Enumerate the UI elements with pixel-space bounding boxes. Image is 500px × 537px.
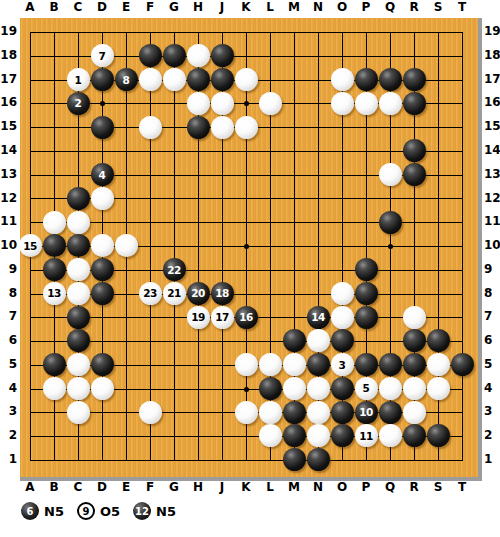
- intersection[interactable]: [426, 258, 450, 282]
- intersection[interactable]: [354, 91, 378, 115]
- intersection[interactable]: [18, 210, 42, 234]
- intersection[interactable]: [18, 305, 42, 329]
- intersection[interactable]: [42, 400, 66, 424]
- intersection[interactable]: [354, 258, 378, 282]
- intersection[interactable]: [186, 424, 210, 448]
- intersection[interactable]: [378, 44, 402, 68]
- intersection[interactable]: [18, 258, 42, 282]
- intersection[interactable]: [114, 400, 138, 424]
- intersection[interactable]: [306, 91, 330, 115]
- intersection[interactable]: [378, 186, 402, 210]
- intersection[interactable]: 11: [354, 424, 378, 448]
- intersection[interactable]: [42, 163, 66, 187]
- intersection[interactable]: [18, 163, 42, 187]
- intersection[interactable]: [402, 282, 426, 306]
- intersection[interactable]: [258, 186, 282, 210]
- intersection[interactable]: [234, 210, 258, 234]
- intersection[interactable]: [42, 68, 66, 92]
- intersection[interactable]: [42, 377, 66, 401]
- intersection[interactable]: [402, 377, 426, 401]
- intersection[interactable]: [18, 377, 42, 401]
- intersection[interactable]: [450, 448, 474, 472]
- intersection[interactable]: [186, 400, 210, 424]
- intersection[interactable]: [162, 305, 186, 329]
- intersection[interactable]: 7: [90, 44, 114, 68]
- intersection[interactable]: [330, 329, 354, 353]
- intersection[interactable]: [138, 186, 162, 210]
- intersection[interactable]: [258, 91, 282, 115]
- intersection[interactable]: [354, 210, 378, 234]
- intersection[interactable]: [42, 20, 66, 44]
- intersection[interactable]: [162, 329, 186, 353]
- intersection[interactable]: [378, 68, 402, 92]
- intersection[interactable]: [234, 115, 258, 139]
- intersection[interactable]: [426, 20, 450, 44]
- intersection[interactable]: [258, 424, 282, 448]
- intersection[interactable]: [282, 210, 306, 234]
- intersection[interactable]: 14: [306, 305, 330, 329]
- intersection[interactable]: [402, 68, 426, 92]
- intersection[interactable]: [234, 163, 258, 187]
- intersection[interactable]: [402, 139, 426, 163]
- intersection[interactable]: [450, 424, 474, 448]
- intersection[interactable]: [90, 210, 114, 234]
- intersection[interactable]: [138, 234, 162, 258]
- intersection[interactable]: 3: [330, 353, 354, 377]
- intersection[interactable]: [186, 186, 210, 210]
- intersection[interactable]: [354, 234, 378, 258]
- intersection[interactable]: [426, 44, 450, 68]
- intersection[interactable]: 5: [354, 377, 378, 401]
- intersection[interactable]: [234, 139, 258, 163]
- intersection[interactable]: [450, 353, 474, 377]
- intersection[interactable]: [210, 91, 234, 115]
- intersection[interactable]: [378, 377, 402, 401]
- intersection[interactable]: [210, 139, 234, 163]
- intersection[interactable]: [42, 258, 66, 282]
- intersection[interactable]: [90, 139, 114, 163]
- intersection[interactable]: [234, 329, 258, 353]
- intersection[interactable]: [258, 329, 282, 353]
- intersection[interactable]: [330, 91, 354, 115]
- intersection[interactable]: [138, 20, 162, 44]
- intersection[interactable]: [42, 44, 66, 68]
- intersection[interactable]: [258, 353, 282, 377]
- intersection[interactable]: [162, 44, 186, 68]
- intersection[interactable]: [162, 234, 186, 258]
- intersection[interactable]: [258, 282, 282, 306]
- intersection[interactable]: [90, 20, 114, 44]
- intersection[interactable]: [90, 115, 114, 139]
- intersection[interactable]: [354, 282, 378, 306]
- intersection[interactable]: [354, 44, 378, 68]
- intersection[interactable]: [306, 186, 330, 210]
- intersection[interactable]: [42, 424, 66, 448]
- intersection[interactable]: [114, 20, 138, 44]
- intersection[interactable]: [162, 210, 186, 234]
- intersection[interactable]: [210, 377, 234, 401]
- intersection[interactable]: [90, 353, 114, 377]
- intersection[interactable]: 23: [138, 282, 162, 306]
- intersection[interactable]: [66, 282, 90, 306]
- intersection[interactable]: [114, 186, 138, 210]
- intersection[interactable]: [450, 400, 474, 424]
- intersection[interactable]: [186, 163, 210, 187]
- intersection[interactable]: [402, 210, 426, 234]
- intersection[interactable]: [258, 305, 282, 329]
- intersection[interactable]: 16: [234, 305, 258, 329]
- intersection[interactable]: [402, 20, 426, 44]
- intersection[interactable]: [378, 115, 402, 139]
- intersection[interactable]: [354, 163, 378, 187]
- intersection[interactable]: [354, 20, 378, 44]
- intersection[interactable]: [234, 186, 258, 210]
- intersection[interactable]: [162, 353, 186, 377]
- intersection[interactable]: 13: [42, 282, 66, 306]
- intersection[interactable]: [354, 115, 378, 139]
- intersection[interactable]: [378, 400, 402, 424]
- intersection[interactable]: [378, 282, 402, 306]
- intersection[interactable]: [210, 115, 234, 139]
- intersection[interactable]: [114, 258, 138, 282]
- intersection[interactable]: [282, 282, 306, 306]
- intersection[interactable]: [210, 210, 234, 234]
- intersection[interactable]: [282, 186, 306, 210]
- intersection[interactable]: [18, 329, 42, 353]
- intersection[interactable]: [378, 234, 402, 258]
- intersection[interactable]: [42, 115, 66, 139]
- intersection[interactable]: [18, 353, 42, 377]
- intersection[interactable]: [258, 234, 282, 258]
- intersection[interactable]: [114, 329, 138, 353]
- intersection[interactable]: [402, 400, 426, 424]
- intersection[interactable]: [210, 234, 234, 258]
- intersection[interactable]: [186, 258, 210, 282]
- intersection[interactable]: [258, 115, 282, 139]
- intersection[interactable]: [258, 163, 282, 187]
- intersection[interactable]: [258, 20, 282, 44]
- intersection[interactable]: [186, 329, 210, 353]
- intersection[interactable]: 21: [162, 282, 186, 306]
- intersection[interactable]: [162, 91, 186, 115]
- intersection[interactable]: [330, 258, 354, 282]
- intersection[interactable]: [114, 377, 138, 401]
- intersection[interactable]: [354, 448, 378, 472]
- intersection[interactable]: [186, 448, 210, 472]
- intersection[interactable]: [330, 44, 354, 68]
- intersection[interactable]: [354, 68, 378, 92]
- intersection[interactable]: [162, 163, 186, 187]
- intersection[interactable]: [402, 163, 426, 187]
- intersection[interactable]: [138, 44, 162, 68]
- intersection[interactable]: [210, 448, 234, 472]
- intersection[interactable]: [378, 353, 402, 377]
- intersection[interactable]: [306, 234, 330, 258]
- intersection[interactable]: [306, 44, 330, 68]
- intersection[interactable]: [402, 329, 426, 353]
- intersection[interactable]: [18, 91, 42, 115]
- intersection[interactable]: [114, 282, 138, 306]
- intersection[interactable]: [234, 400, 258, 424]
- intersection[interactable]: [282, 400, 306, 424]
- intersection[interactable]: [138, 163, 162, 187]
- intersection[interactable]: [114, 139, 138, 163]
- intersection[interactable]: [210, 258, 234, 282]
- intersection[interactable]: [426, 282, 450, 306]
- intersection[interactable]: [66, 400, 90, 424]
- intersection[interactable]: 19: [186, 305, 210, 329]
- intersection[interactable]: [18, 282, 42, 306]
- intersection[interactable]: [138, 115, 162, 139]
- intersection[interactable]: [162, 68, 186, 92]
- intersection[interactable]: [450, 282, 474, 306]
- intersection[interactable]: [234, 448, 258, 472]
- intersection[interactable]: [90, 68, 114, 92]
- intersection[interactable]: [306, 163, 330, 187]
- intersection[interactable]: [18, 424, 42, 448]
- intersection[interactable]: [66, 210, 90, 234]
- intersection[interactable]: [162, 115, 186, 139]
- intersection[interactable]: [330, 377, 354, 401]
- intersection[interactable]: [66, 305, 90, 329]
- intersection[interactable]: 18: [210, 282, 234, 306]
- intersection[interactable]: [138, 329, 162, 353]
- intersection[interactable]: [306, 377, 330, 401]
- intersection[interactable]: [42, 186, 66, 210]
- intersection[interactable]: [210, 44, 234, 68]
- intersection[interactable]: [402, 115, 426, 139]
- intersection[interactable]: [258, 377, 282, 401]
- intersection[interactable]: [90, 282, 114, 306]
- intersection[interactable]: [258, 448, 282, 472]
- intersection[interactable]: [426, 377, 450, 401]
- intersection[interactable]: [450, 44, 474, 68]
- intersection[interactable]: [306, 20, 330, 44]
- intersection[interactable]: [306, 353, 330, 377]
- intersection[interactable]: [162, 448, 186, 472]
- intersection[interactable]: [282, 68, 306, 92]
- intersection[interactable]: [282, 115, 306, 139]
- intersection[interactable]: [330, 234, 354, 258]
- intersection[interactable]: [186, 210, 210, 234]
- intersection[interactable]: [234, 68, 258, 92]
- intersection[interactable]: [306, 258, 330, 282]
- intersection[interactable]: [210, 329, 234, 353]
- intersection[interactable]: [162, 424, 186, 448]
- intersection[interactable]: [282, 353, 306, 377]
- intersection[interactable]: [138, 258, 162, 282]
- intersection[interactable]: [234, 20, 258, 44]
- intersection[interactable]: [282, 258, 306, 282]
- intersection[interactable]: [426, 115, 450, 139]
- intersection[interactable]: [450, 305, 474, 329]
- intersection[interactable]: [234, 282, 258, 306]
- intersection[interactable]: [66, 115, 90, 139]
- intersection[interactable]: [378, 448, 402, 472]
- intersection[interactable]: [306, 115, 330, 139]
- intersection[interactable]: [90, 377, 114, 401]
- intersection[interactable]: [42, 234, 66, 258]
- intersection[interactable]: [186, 115, 210, 139]
- intersection[interactable]: [282, 91, 306, 115]
- intersection[interactable]: [306, 210, 330, 234]
- intersection[interactable]: [90, 234, 114, 258]
- intersection[interactable]: [450, 20, 474, 44]
- intersection[interactable]: [402, 353, 426, 377]
- intersection[interactable]: [90, 400, 114, 424]
- intersection[interactable]: [234, 424, 258, 448]
- intersection[interactable]: [330, 186, 354, 210]
- intersection[interactable]: [114, 353, 138, 377]
- intersection[interactable]: [186, 91, 210, 115]
- intersection[interactable]: [114, 424, 138, 448]
- intersection[interactable]: [138, 210, 162, 234]
- intersection[interactable]: [258, 258, 282, 282]
- intersection[interactable]: [90, 91, 114, 115]
- intersection[interactable]: [450, 329, 474, 353]
- intersection[interactable]: [90, 186, 114, 210]
- intersection[interactable]: [162, 139, 186, 163]
- intersection[interactable]: 8: [114, 68, 138, 92]
- intersection[interactable]: [330, 210, 354, 234]
- intersection[interactable]: [162, 400, 186, 424]
- intersection[interactable]: [378, 139, 402, 163]
- intersection[interactable]: [330, 400, 354, 424]
- intersection[interactable]: [90, 448, 114, 472]
- intersection[interactable]: [282, 305, 306, 329]
- intersection[interactable]: [66, 258, 90, 282]
- intersection[interactable]: [186, 20, 210, 44]
- intersection[interactable]: [90, 329, 114, 353]
- intersection[interactable]: [402, 424, 426, 448]
- intersection[interactable]: [18, 20, 42, 44]
- intersection[interactable]: [114, 163, 138, 187]
- intersection[interactable]: [66, 377, 90, 401]
- intersection[interactable]: [426, 91, 450, 115]
- intersection[interactable]: [282, 139, 306, 163]
- intersection[interactable]: [378, 210, 402, 234]
- intersection[interactable]: [114, 305, 138, 329]
- intersection[interactable]: [186, 234, 210, 258]
- intersection[interactable]: [258, 400, 282, 424]
- intersection[interactable]: [186, 139, 210, 163]
- intersection[interactable]: [354, 139, 378, 163]
- intersection[interactable]: [282, 377, 306, 401]
- intersection[interactable]: [330, 163, 354, 187]
- intersection[interactable]: [186, 353, 210, 377]
- intersection[interactable]: [450, 139, 474, 163]
- intersection[interactable]: [426, 448, 450, 472]
- intersection[interactable]: [162, 20, 186, 44]
- intersection[interactable]: [42, 210, 66, 234]
- intersection[interactable]: [114, 234, 138, 258]
- intersection[interactable]: [42, 91, 66, 115]
- intersection[interactable]: [210, 163, 234, 187]
- intersection[interactable]: [306, 139, 330, 163]
- intersection[interactable]: [114, 210, 138, 234]
- intersection[interactable]: [426, 329, 450, 353]
- intersection[interactable]: [66, 234, 90, 258]
- intersection[interactable]: [306, 329, 330, 353]
- intersection[interactable]: [330, 282, 354, 306]
- intersection[interactable]: [138, 139, 162, 163]
- intersection[interactable]: 2: [66, 91, 90, 115]
- intersection[interactable]: [450, 234, 474, 258]
- intersection[interactable]: [210, 353, 234, 377]
- intersection[interactable]: [282, 44, 306, 68]
- intersection[interactable]: [330, 115, 354, 139]
- intersection[interactable]: [162, 186, 186, 210]
- intersection[interactable]: [282, 163, 306, 187]
- intersection[interactable]: [42, 448, 66, 472]
- intersection[interactable]: 22: [162, 258, 186, 282]
- intersection[interactable]: [138, 377, 162, 401]
- intersection[interactable]: [378, 424, 402, 448]
- intersection[interactable]: [306, 448, 330, 472]
- intersection[interactable]: [210, 20, 234, 44]
- intersection[interactable]: [306, 68, 330, 92]
- intersection[interactable]: [138, 400, 162, 424]
- intersection[interactable]: 20: [186, 282, 210, 306]
- intersection[interactable]: [114, 115, 138, 139]
- intersection[interactable]: [138, 68, 162, 92]
- intersection[interactable]: [378, 305, 402, 329]
- intersection[interactable]: [42, 305, 66, 329]
- intersection[interactable]: [18, 186, 42, 210]
- intersection[interactable]: [138, 424, 162, 448]
- intersection[interactable]: [378, 163, 402, 187]
- intersection[interactable]: [306, 424, 330, 448]
- intersection[interactable]: [354, 353, 378, 377]
- intersection[interactable]: 1: [66, 68, 90, 92]
- intersection[interactable]: [330, 139, 354, 163]
- intersection[interactable]: [426, 234, 450, 258]
- intersection[interactable]: [18, 68, 42, 92]
- intersection[interactable]: [210, 186, 234, 210]
- intersection[interactable]: [18, 44, 42, 68]
- intersection[interactable]: [426, 424, 450, 448]
- intersection[interactable]: [18, 448, 42, 472]
- intersection[interactable]: [450, 115, 474, 139]
- intersection[interactable]: 17: [210, 305, 234, 329]
- intersection[interactable]: [258, 139, 282, 163]
- intersection[interactable]: [402, 258, 426, 282]
- intersection[interactable]: [282, 20, 306, 44]
- intersection[interactable]: [42, 353, 66, 377]
- intersection[interactable]: [234, 258, 258, 282]
- intersection[interactable]: [450, 258, 474, 282]
- intersection[interactable]: [426, 400, 450, 424]
- intersection[interactable]: [234, 377, 258, 401]
- intersection[interactable]: [282, 424, 306, 448]
- intersection[interactable]: [402, 234, 426, 258]
- intersection[interactable]: [378, 329, 402, 353]
- intersection[interactable]: [330, 448, 354, 472]
- intersection[interactable]: [66, 163, 90, 187]
- intersection[interactable]: [138, 91, 162, 115]
- intersection[interactable]: [426, 305, 450, 329]
- intersection[interactable]: [450, 163, 474, 187]
- intersection[interactable]: [258, 210, 282, 234]
- intersection[interactable]: [354, 329, 378, 353]
- intersection[interactable]: [402, 91, 426, 115]
- intersection[interactable]: [186, 44, 210, 68]
- intersection[interactable]: [378, 20, 402, 44]
- intersection[interactable]: [426, 353, 450, 377]
- intersection[interactable]: [18, 400, 42, 424]
- intersection[interactable]: [66, 139, 90, 163]
- intersection[interactable]: [138, 305, 162, 329]
